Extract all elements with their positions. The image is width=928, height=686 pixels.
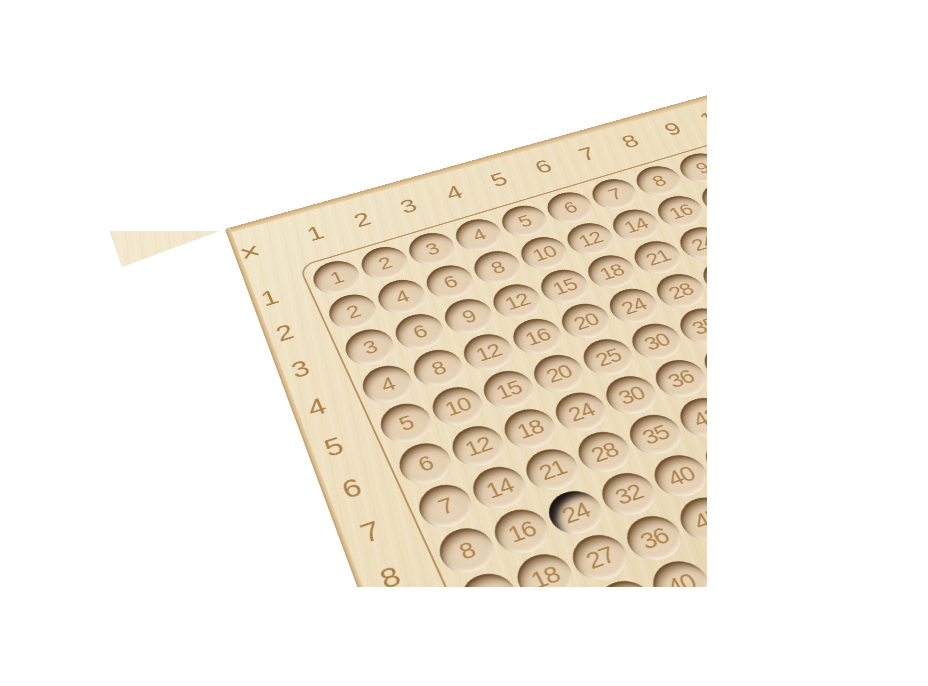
hole-number: 5: [515, 212, 535, 231]
hole-number: 42: [688, 404, 707, 432]
photo-area: × 12345678910246810121416182036912151821…: [0, 0, 707, 587]
hole-number: 16: [521, 324, 554, 350]
hole-number: 8: [648, 172, 669, 190]
hole-number: 5: [395, 412, 417, 436]
hole-number: 14: [482, 473, 517, 503]
hole-number: 28: [664, 279, 697, 303]
hole-number: 25: [591, 345, 625, 371]
hole-number: 18: [513, 415, 547, 443]
hole-number: 36: [664, 366, 699, 393]
hole-number: 4: [377, 373, 398, 396]
hole-number: 24: [564, 398, 599, 426]
hole-number: 3: [422, 239, 442, 259]
hole-number: 6: [560, 198, 580, 217]
hole-number: 35: [638, 421, 674, 450]
hole-number: 45: [689, 504, 707, 535]
hole-number: 24: [617, 294, 650, 319]
hole-number: 7: [604, 185, 625, 204]
hole-number: 12: [501, 289, 533, 314]
hole-number: 3: [360, 337, 380, 359]
hole-number: 15: [549, 275, 581, 299]
hole-number: 10: [529, 242, 560, 265]
hole-number: 8: [428, 357, 449, 380]
hole-number: 10: [441, 393, 474, 421]
hole-number: 12: [461, 432, 495, 461]
hole-number: 21: [642, 246, 674, 269]
hole-number: 20: [570, 309, 603, 334]
hole-number: 9: [477, 583, 502, 587]
hole-number: 9: [458, 306, 479, 328]
hole-number: 2: [375, 253, 394, 273]
hole-number: 35: [688, 314, 707, 339]
hole-number: 40: [663, 462, 700, 492]
product-photo: × 12345678910246810121416182036912151821…: [0, 0, 928, 686]
hole-number: 15: [492, 377, 526, 404]
hole-number: 18: [596, 260, 628, 284]
hole-number: 4: [469, 226, 489, 246]
hole-number: 6: [409, 321, 430, 343]
hole-number: 8: [455, 537, 479, 565]
hole-number: 14: [620, 214, 651, 237]
hole-number: 36: [636, 523, 674, 555]
hole-number: 4: [392, 287, 412, 308]
hole-number: 28: [587, 438, 623, 467]
hole-number: 2: [343, 301, 363, 322]
hole-number: 1: [327, 268, 346, 289]
hole-number: 24: [558, 498, 594, 529]
hole-number: 21: [535, 456, 570, 486]
hole-number: 12: [575, 228, 606, 251]
hole-number: 16: [504, 516, 540, 548]
hole-number: 7: [434, 493, 457, 520]
hole-number: 6: [414, 452, 436, 477]
hole-number: 32: [611, 480, 648, 511]
hole-number: 18: [527, 561, 564, 587]
hole-number: 20: [542, 361, 576, 388]
hole-number: 16: [665, 201, 697, 223]
hole-number: 30: [640, 329, 674, 355]
hole-number: 8: [487, 258, 508, 278]
hole-number: 40: [662, 568, 701, 587]
hole-number: 24: [687, 232, 707, 255]
hole-number: 27: [582, 542, 620, 575]
hole-number: 9: [692, 159, 707, 177]
hole-number: 30: [614, 382, 649, 409]
hole-number: 12: [472, 340, 505, 366]
hole-number: 6: [440, 272, 460, 293]
